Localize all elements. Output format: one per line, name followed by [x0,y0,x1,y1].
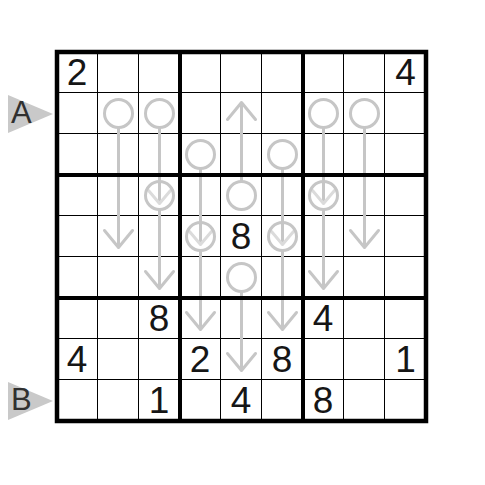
cell-r5c1[interactable] [57,216,98,257]
cell-r8c8[interactable] [344,339,385,380]
cell-r9c5[interactable]: 4 [221,380,262,421]
cell-r5c4[interactable] [180,216,221,257]
cell-r4c6[interactable] [262,175,303,216]
cell-r1c1[interactable]: 2 [57,52,98,93]
cell-r7c9[interactable] [385,298,426,339]
cell-r1c5[interactable] [221,52,262,93]
cell-r9c6[interactable] [262,380,303,421]
cell-r7c8[interactable] [344,298,385,339]
cell-r2c1[interactable] [57,93,98,134]
cell-r8c6[interactable]: 8 [262,339,303,380]
cell-r7c2[interactable] [98,298,139,339]
cell-r6c5[interactable] [221,257,262,298]
cell-r4c1[interactable] [57,175,98,216]
cell-r4c2[interactable] [98,175,139,216]
cell-r1c2[interactable] [98,52,139,93]
row-marker-a: A [8,94,54,134]
cell-r9c2[interactable] [98,380,139,421]
cell-r9c9[interactable] [385,380,426,421]
cell-r2c6[interactable] [262,93,303,134]
sudoku-board: 248844281148 [57,52,426,421]
cell-r2c9[interactable] [385,93,426,134]
cell-r4c4[interactable] [180,175,221,216]
cell-r7c4[interactable] [180,298,221,339]
cell-r6c3[interactable] [139,257,180,298]
cell-r2c4[interactable] [180,93,221,134]
cell-r5c5[interactable]: 8 [221,216,262,257]
puzzle-page: 248844281148 AB [0,0,485,485]
cell-r4c9[interactable] [385,175,426,216]
cell-r3c8[interactable] [344,134,385,175]
cell-r7c3[interactable]: 8 [139,298,180,339]
cell-r3c7[interactable] [303,134,344,175]
cell-r5c3[interactable] [139,216,180,257]
cell-r1c9[interactable]: 4 [385,52,426,93]
cell-r8c3[interactable] [139,339,180,380]
cell-r2c8[interactable] [344,93,385,134]
cell-r1c8[interactable] [344,52,385,93]
cell-r8c2[interactable] [98,339,139,380]
cell-r1c3[interactable] [139,52,180,93]
cell-r7c7[interactable]: 4 [303,298,344,339]
cell-r9c1[interactable] [57,380,98,421]
cell-r7c6[interactable] [262,298,303,339]
cell-r8c5[interactable] [221,339,262,380]
cell-r8c7[interactable] [303,339,344,380]
cell-r4c7[interactable] [303,175,344,216]
cell-r1c6[interactable] [262,52,303,93]
cell-r5c6[interactable] [262,216,303,257]
sudoku-grid: 248844281148 [57,52,426,421]
cell-r5c8[interactable] [344,216,385,257]
row-marker-label: B [11,382,32,418]
cell-r2c3[interactable] [139,93,180,134]
cell-r3c2[interactable] [98,134,139,175]
cell-r3c9[interactable] [385,134,426,175]
cell-r5c9[interactable] [385,216,426,257]
cell-r6c1[interactable] [57,257,98,298]
row-marker-b: B [8,381,54,421]
cell-r1c7[interactable] [303,52,344,93]
cell-r4c5[interactable] [221,175,262,216]
cell-r6c7[interactable] [303,257,344,298]
cell-r8c9[interactable]: 1 [385,339,426,380]
cell-r3c5[interactable] [221,134,262,175]
cell-r2c7[interactable] [303,93,344,134]
row-marker-label: A [11,95,32,131]
cell-r2c5[interactable] [221,93,262,134]
cell-r6c8[interactable] [344,257,385,298]
cell-r5c2[interactable] [98,216,139,257]
cell-r6c4[interactable] [180,257,221,298]
cell-r1c4[interactable] [180,52,221,93]
cell-r3c1[interactable] [57,134,98,175]
cell-r7c5[interactable] [221,298,262,339]
cell-r6c6[interactable] [262,257,303,298]
cell-r9c7[interactable]: 8 [303,380,344,421]
cell-r5c7[interactable] [303,216,344,257]
cell-r8c1[interactable]: 4 [57,339,98,380]
cell-r7c1[interactable] [57,298,98,339]
cell-r3c6[interactable] [262,134,303,175]
cell-r6c9[interactable] [385,257,426,298]
cell-r3c3[interactable] [139,134,180,175]
cell-r4c3[interactable] [139,175,180,216]
cell-r4c8[interactable] [344,175,385,216]
cell-r9c4[interactable] [180,380,221,421]
cell-r6c2[interactable] [98,257,139,298]
cell-r2c2[interactable] [98,93,139,134]
cell-r9c3[interactable]: 1 [139,380,180,421]
cell-r3c4[interactable] [180,134,221,175]
cell-r8c4[interactable]: 2 [180,339,221,380]
cell-r9c8[interactable] [344,380,385,421]
